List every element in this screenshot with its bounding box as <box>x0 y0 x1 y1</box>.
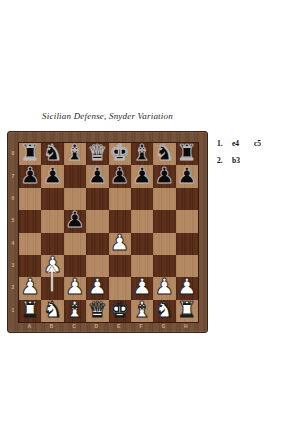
black-knight-piece: ♞ <box>155 142 175 164</box>
white-pawn-piece: ♟ <box>177 276 197 298</box>
square-a8: ♜ <box>19 143 41 165</box>
rank-labels: 87654321 <box>8 142 18 321</box>
black-bishop-piece: ♝ <box>132 142 152 164</box>
square-h2: ♟ <box>176 277 198 299</box>
square-f7: ♟ <box>131 165 153 187</box>
square-f8: ♝ <box>131 143 153 165</box>
square-a5 <box>19 210 41 232</box>
white-rook-piece: ♜ <box>20 299 40 321</box>
square-c7 <box>64 165 86 187</box>
square-b5 <box>41 210 63 232</box>
square-d3 <box>86 255 108 277</box>
white-pawn-piece: ♟ <box>87 276 107 298</box>
black-rook-piece: ♜ <box>20 142 40 164</box>
black-pawn-piece: ♟ <box>87 165 107 187</box>
square-g5 <box>153 210 175 232</box>
square-c4 <box>64 233 86 255</box>
square-h8: ♜ <box>176 143 198 165</box>
rank-label: 1 <box>8 299 18 321</box>
square-h4 <box>176 233 198 255</box>
rank-label: 2 <box>8 276 18 298</box>
square-h6 <box>176 188 198 210</box>
board-grid: ♜♞♝♛♚♝♞♜♟♟♟♟♟♟♟♟♟♟♟♟♟♟♟♟♜♞♝♛♚♝♞♜ <box>18 142 199 323</box>
diagram-title: Sicilian Defense, Snyder Variation <box>7 111 208 121</box>
white-move: e4 <box>232 139 254 148</box>
square-e6 <box>109 188 131 210</box>
square-f3 <box>131 255 153 277</box>
white-knight-piece: ♞ <box>43 299 63 321</box>
black-pawn-piece: ♟ <box>110 165 130 187</box>
square-e4: ♟ <box>109 233 131 255</box>
square-e7: ♟ <box>109 165 131 187</box>
black-pawn-piece: ♟ <box>132 165 152 187</box>
square-d4 <box>86 233 108 255</box>
square-a6 <box>19 188 41 210</box>
square-g6 <box>153 188 175 210</box>
square-a2: ♟ <box>19 277 41 299</box>
square-b1: ♞ <box>41 300 63 322</box>
square-f4 <box>131 233 153 255</box>
square-h7: ♟ <box>176 165 198 187</box>
square-g3 <box>153 255 175 277</box>
chess-board: 87654321 ABCDEFGH ♜♞♝♛♚♝♞♜♟♟♟♟♟♟♟♟♟♟♟♟♟♟… <box>7 131 208 333</box>
square-d2: ♟ <box>86 277 108 299</box>
square-d7: ♟ <box>86 165 108 187</box>
square-e1: ♚ <box>109 300 131 322</box>
square-c8: ♝ <box>64 143 86 165</box>
black-move: c5 <box>254 139 276 148</box>
square-h3 <box>176 255 198 277</box>
black-rook-piece: ♜ <box>177 142 197 164</box>
square-d6 <box>86 188 108 210</box>
white-bishop-piece: ♝ <box>132 299 152 321</box>
square-a4 <box>19 233 41 255</box>
white-bishop-piece: ♝ <box>65 299 85 321</box>
rank-label: 6 <box>8 187 18 209</box>
square-g1: ♞ <box>153 300 175 322</box>
square-b3: ♟ <box>41 255 63 277</box>
square-c6 <box>64 188 86 210</box>
page: Sicilian Defense, Snyder Variation 87654… <box>0 0 287 430</box>
black-queen-piece: ♛ <box>87 142 107 164</box>
black-bishop-piece: ♝ <box>65 142 85 164</box>
white-pawn-piece: ♟ <box>65 276 85 298</box>
white-pawn-piece: ♟ <box>43 254 63 276</box>
square-h1: ♜ <box>176 300 198 322</box>
white-move: b3 <box>232 156 254 165</box>
square-b2 <box>41 277 63 299</box>
square-e3 <box>109 255 131 277</box>
rank-label: 4 <box>8 232 18 254</box>
move-number: 2. <box>217 156 232 165</box>
black-pawn-piece: ♟ <box>65 209 85 231</box>
square-f2: ♟ <box>131 277 153 299</box>
square-f5 <box>131 210 153 232</box>
square-g8: ♞ <box>153 143 175 165</box>
move-row: 1. e4 c5 <box>217 139 276 156</box>
square-f1: ♝ <box>131 300 153 322</box>
square-g4 <box>153 233 175 255</box>
square-g2: ♟ <box>153 277 175 299</box>
square-c2: ♟ <box>64 277 86 299</box>
rank-label: 8 <box>8 142 18 164</box>
square-d1: ♛ <box>86 300 108 322</box>
white-rook-piece: ♜ <box>177 299 197 321</box>
white-pawn-piece: ♟ <box>20 276 40 298</box>
square-b6 <box>41 188 63 210</box>
square-g7: ♟ <box>153 165 175 187</box>
rank-label: 7 <box>8 164 18 186</box>
square-e5 <box>109 210 131 232</box>
white-pawn-piece: ♟ <box>155 276 175 298</box>
square-h5 <box>176 210 198 232</box>
black-pawn-piece: ♟ <box>177 165 197 187</box>
square-a1: ♜ <box>19 300 41 322</box>
square-f6 <box>131 188 153 210</box>
square-c3 <box>64 255 86 277</box>
square-e8: ♚ <box>109 143 131 165</box>
square-b7: ♟ <box>41 165 63 187</box>
square-c5: ♟ <box>64 210 86 232</box>
white-queen-piece: ♛ <box>87 299 107 321</box>
black-pawn-piece: ♟ <box>43 165 63 187</box>
square-c1: ♝ <box>64 300 86 322</box>
move-number: 1. <box>217 139 232 148</box>
white-knight-piece: ♞ <box>155 299 175 321</box>
square-e2 <box>109 277 131 299</box>
black-pawn-piece: ♟ <box>155 165 175 187</box>
rank-label: 3 <box>8 254 18 276</box>
square-b8: ♞ <box>41 143 63 165</box>
white-king-piece: ♚ <box>110 299 130 321</box>
black-pawn-piece: ♟ <box>20 165 40 187</box>
square-a7: ♟ <box>19 165 41 187</box>
rank-label: 5 <box>8 209 18 231</box>
white-pawn-piece: ♟ <box>132 276 152 298</box>
move-list: 1. e4 c5 2. b3 <box>217 139 276 173</box>
square-b4 <box>41 233 63 255</box>
black-king-piece: ♚ <box>110 142 130 164</box>
square-d5 <box>86 210 108 232</box>
black-knight-piece: ♞ <box>43 142 63 164</box>
white-pawn-piece: ♟ <box>110 232 130 254</box>
square-d8: ♛ <box>86 143 108 165</box>
move-row: 2. b3 <box>217 156 276 173</box>
square-a3 <box>19 255 41 277</box>
